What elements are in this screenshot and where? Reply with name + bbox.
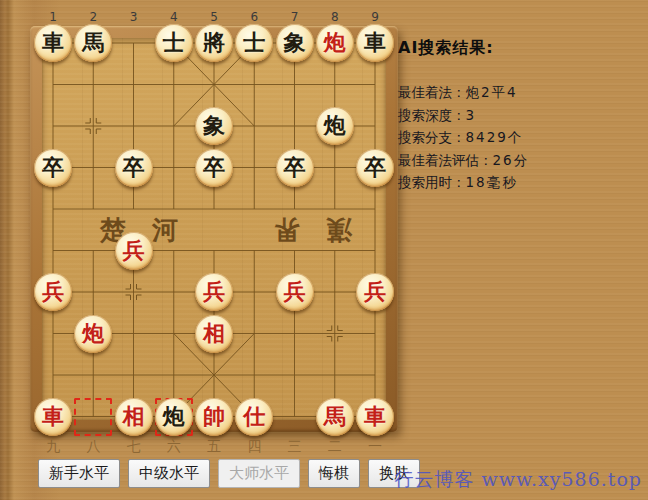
piece-black[interactable]: 卒: [276, 149, 314, 187]
ai-result-label: 最佳着法评估：: [398, 152, 493, 168]
piece-red[interactable]: 兵: [34, 273, 72, 311]
file-label-bottom: 七: [127, 438, 141, 456]
board-grid-lines: [42, 38, 386, 420]
piece-black[interactable]: 士: [235, 24, 273, 62]
piece-red[interactable]: 兵: [195, 273, 233, 311]
ai-search-result-panel: AI搜索结果: 最佳着法：炮2平4搜索深度：3搜索分支：8429个最佳着法评估：…: [398, 38, 642, 194]
file-label-top: 3: [130, 10, 138, 24]
piece-red[interactable]: 帥: [195, 398, 233, 436]
ai-result-value: 8429个: [466, 129, 524, 145]
piece-black[interactable]: 士: [155, 24, 193, 62]
piece-black[interactable]: 車: [34, 24, 72, 62]
button-大师水平: 大师水平: [218, 459, 300, 488]
piece-black[interactable]: 炮: [316, 107, 354, 145]
file-label-bottom: 八: [86, 438, 100, 456]
ai-result-label: 搜索分支：: [398, 129, 466, 145]
piece-red[interactable]: 馬: [316, 398, 354, 436]
file-label-top: 7: [291, 10, 299, 24]
file-label-top: 4: [170, 10, 178, 24]
button-新手水平[interactable]: 新手水平: [38, 459, 120, 488]
ai-result-value: 炮2平4: [466, 84, 518, 100]
ai-result-line: 最佳着法：炮2平4: [398, 81, 642, 104]
ai-result-line: 最佳着法评估：26分: [398, 149, 642, 172]
piece-black[interactable]: 卒: [34, 149, 72, 187]
ai-panel-items: 最佳着法：炮2平4搜索深度：3搜索分支：8429个最佳着法评估：26分搜索用时：…: [398, 81, 642, 194]
piece-red[interactable]: 車: [356, 398, 394, 436]
file-label-top: 6: [250, 10, 258, 24]
piece-black[interactable]: 車: [356, 24, 394, 62]
piece-red[interactable]: 車: [34, 398, 72, 436]
piece-black[interactable]: 炮: [155, 398, 193, 436]
piece-black[interactable]: 象: [276, 24, 314, 62]
ai-result-line: 搜索用时：18毫秒: [398, 171, 642, 194]
file-label-top: 2: [89, 10, 97, 24]
ai-result-value: 18毫秒: [466, 174, 518, 190]
file-label-bottom: 二: [328, 438, 342, 456]
file-label-bottom: 九: [46, 438, 60, 456]
piece-red[interactable]: 炮: [316, 24, 354, 62]
file-label-bottom: 六: [167, 438, 181, 456]
file-label-top: 8: [331, 10, 339, 24]
ai-result-label: 搜索用时：: [398, 174, 466, 190]
file-label-bottom: 一: [368, 438, 382, 456]
ai-result-label: 最佳着法：: [398, 84, 466, 100]
watermark-text: 行云博客 www.xy586.top: [394, 467, 642, 493]
toolbar: 新手水平中级水平大师水平悔棋换肤: [38, 459, 420, 488]
ai-result-label: 搜索深度：: [398, 107, 466, 123]
piece-red[interactable]: 相: [115, 398, 153, 436]
file-label-top: 1: [49, 10, 57, 24]
file-label-top: 9: [371, 10, 379, 24]
ai-panel-title: AI搜索结果:: [398, 38, 642, 59]
piece-red[interactable]: 仕: [235, 398, 273, 436]
xiangqi-board[interactable]: 楚河 漢界 車馬士將士象炮車象炮卒卒卒卒卒兵兵兵兵兵炮相車相炮帥仕馬車: [30, 26, 398, 432]
board-surface[interactable]: 楚河 漢界 車馬士將士象炮車象炮卒卒卒卒卒兵兵兵兵兵炮相車相炮帥仕馬車: [42, 38, 386, 420]
piece-red[interactable]: 炮: [74, 315, 112, 353]
piece-black[interactable]: 將: [195, 24, 233, 62]
piece-black[interactable]: 卒: [356, 149, 394, 187]
ai-result-line: 搜索分支：8429个: [398, 126, 642, 149]
button-中级水平[interactable]: 中级水平: [128, 459, 210, 488]
ai-result-value: 3: [466, 107, 477, 123]
ai-result-value: 26分: [493, 152, 530, 168]
piece-red[interactable]: 兵: [276, 273, 314, 311]
piece-red[interactable]: 兵: [356, 273, 394, 311]
button-悔棋[interactable]: 悔棋: [308, 459, 360, 488]
file-label-bottom: 五: [207, 438, 221, 456]
file-label-bottom: 四: [247, 438, 261, 456]
piece-red[interactable]: 兵: [115, 232, 153, 270]
file-label-bottom: 三: [288, 438, 302, 456]
piece-black[interactable]: 馬: [74, 24, 112, 62]
from-square-marker: [74, 398, 112, 436]
piece-red[interactable]: 相: [195, 315, 233, 353]
ai-result-line: 搜索深度：3: [398, 104, 642, 127]
file-label-top: 5: [210, 10, 218, 24]
piece-black[interactable]: 卒: [115, 149, 153, 187]
piece-black[interactable]: 象: [195, 107, 233, 145]
piece-black[interactable]: 卒: [195, 149, 233, 187]
